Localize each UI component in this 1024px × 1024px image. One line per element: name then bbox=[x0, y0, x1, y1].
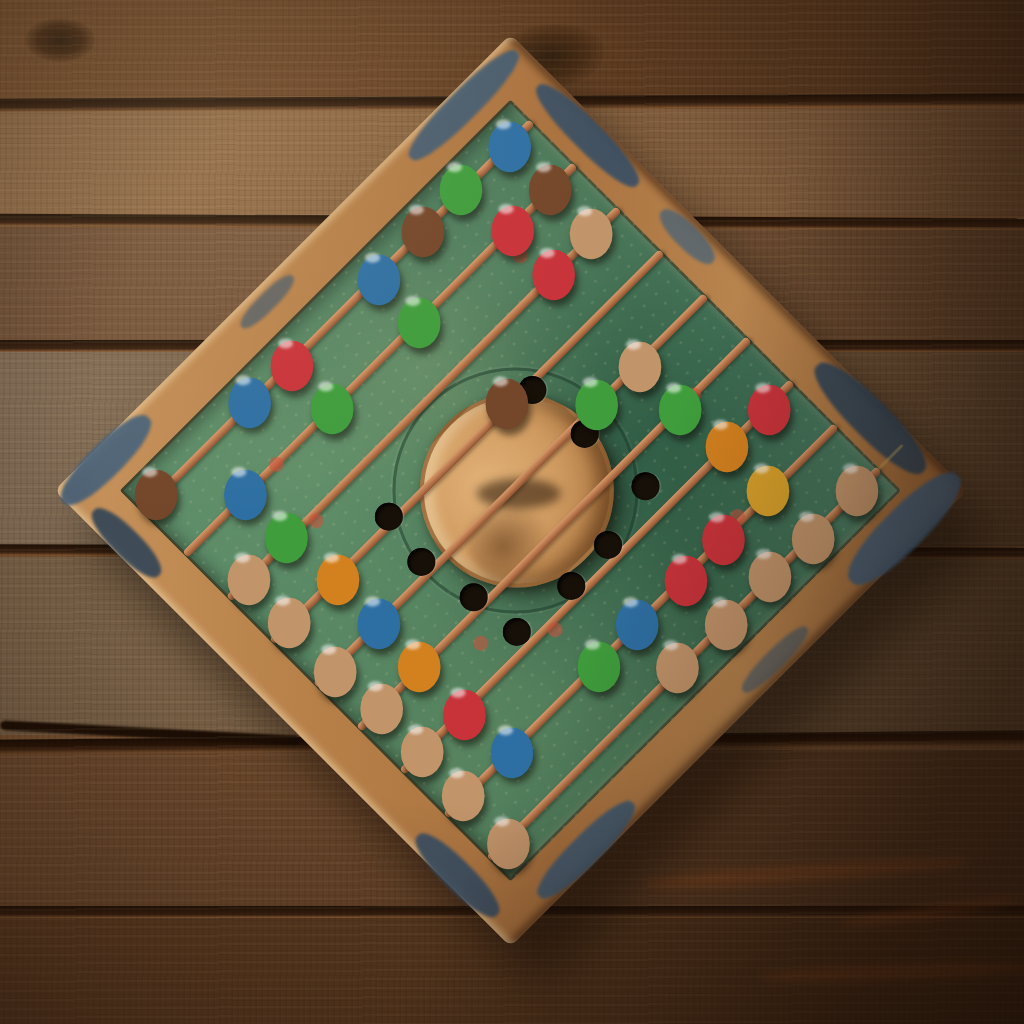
bead-highlight bbox=[447, 162, 462, 172]
game-box: ♟ ●●●●●●●●●●●●●●●●●●●●●●●●●●●●●●●●●●●●●●… bbox=[188, 168, 833, 813]
bead-glyph: ● bbox=[833, 453, 882, 519]
bead-glyph: ● bbox=[653, 630, 702, 696]
scene: ♟ ●●●●●●●●●●●●●●●●●●●●●●●●●●●●●●●●●●●●●●… bbox=[0, 0, 1024, 1024]
board-frame: ♟ ●●●●●●●●●●●●●●●●●●●●●●●●●●●●●●●●●●●●●●… bbox=[54, 34, 966, 946]
bead-green[interactable]: ● bbox=[302, 370, 362, 438]
bead-green[interactable]: ● bbox=[389, 284, 449, 352]
bead-highlight bbox=[539, 248, 554, 258]
bead-highlight bbox=[583, 377, 598, 387]
bead-highlight bbox=[577, 206, 592, 216]
bead-glyph: ● bbox=[436, 151, 485, 217]
board-surface: ♟ ●●●●●●●●●●●●●●●●●●●●●●●●●●●●●●●●●●●●●●… bbox=[119, 99, 901, 881]
bead-glyph: ● bbox=[395, 285, 444, 351]
bead-glyph: ● bbox=[487, 714, 536, 780]
bead-tan[interactable]: ● bbox=[827, 452, 887, 520]
bead-highlight bbox=[496, 119, 511, 129]
bead-highlight bbox=[365, 596, 380, 606]
bead-glyph: ● bbox=[131, 456, 180, 522]
bead-blue[interactable]: ● bbox=[482, 713, 542, 781]
bead-glyph: ● bbox=[308, 371, 357, 437]
bead-glyph: ● bbox=[745, 372, 794, 438]
bead-highlight bbox=[626, 340, 641, 350]
bead-tan[interactable]: ● bbox=[478, 805, 538, 873]
bead-glyph: ● bbox=[567, 195, 616, 261]
bead-darkbrown[interactable]: ● bbox=[477, 365, 537, 433]
bead-highlight bbox=[235, 553, 250, 563]
bead-highlight bbox=[710, 512, 725, 522]
bead-glyph: ● bbox=[483, 366, 532, 432]
bead-highlight bbox=[365, 253, 380, 263]
bead-glyph: ● bbox=[484, 806, 533, 872]
bead-tan[interactable]: ● bbox=[561, 194, 621, 262]
bead-darkbrown[interactable]: ● bbox=[126, 455, 186, 523]
bead-highlight bbox=[278, 338, 293, 348]
bead-glyph: ● bbox=[262, 499, 311, 565]
bead-highlight bbox=[321, 645, 336, 655]
bead-highlight bbox=[409, 205, 424, 215]
bead-red[interactable]: ● bbox=[740, 371, 800, 439]
bead-highlight bbox=[272, 511, 287, 521]
